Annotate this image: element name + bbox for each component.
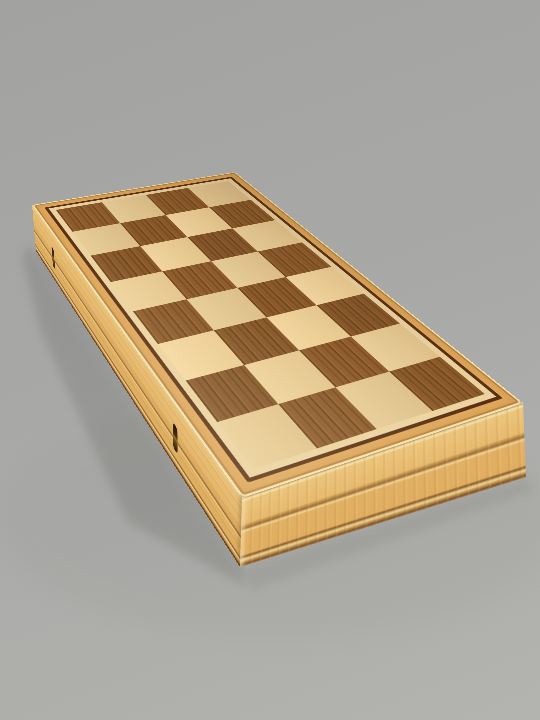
- latch-slot-icon: [173, 422, 178, 455]
- photo-stage: [0, 0, 540, 720]
- latch-slot-icon: [51, 246, 55, 270]
